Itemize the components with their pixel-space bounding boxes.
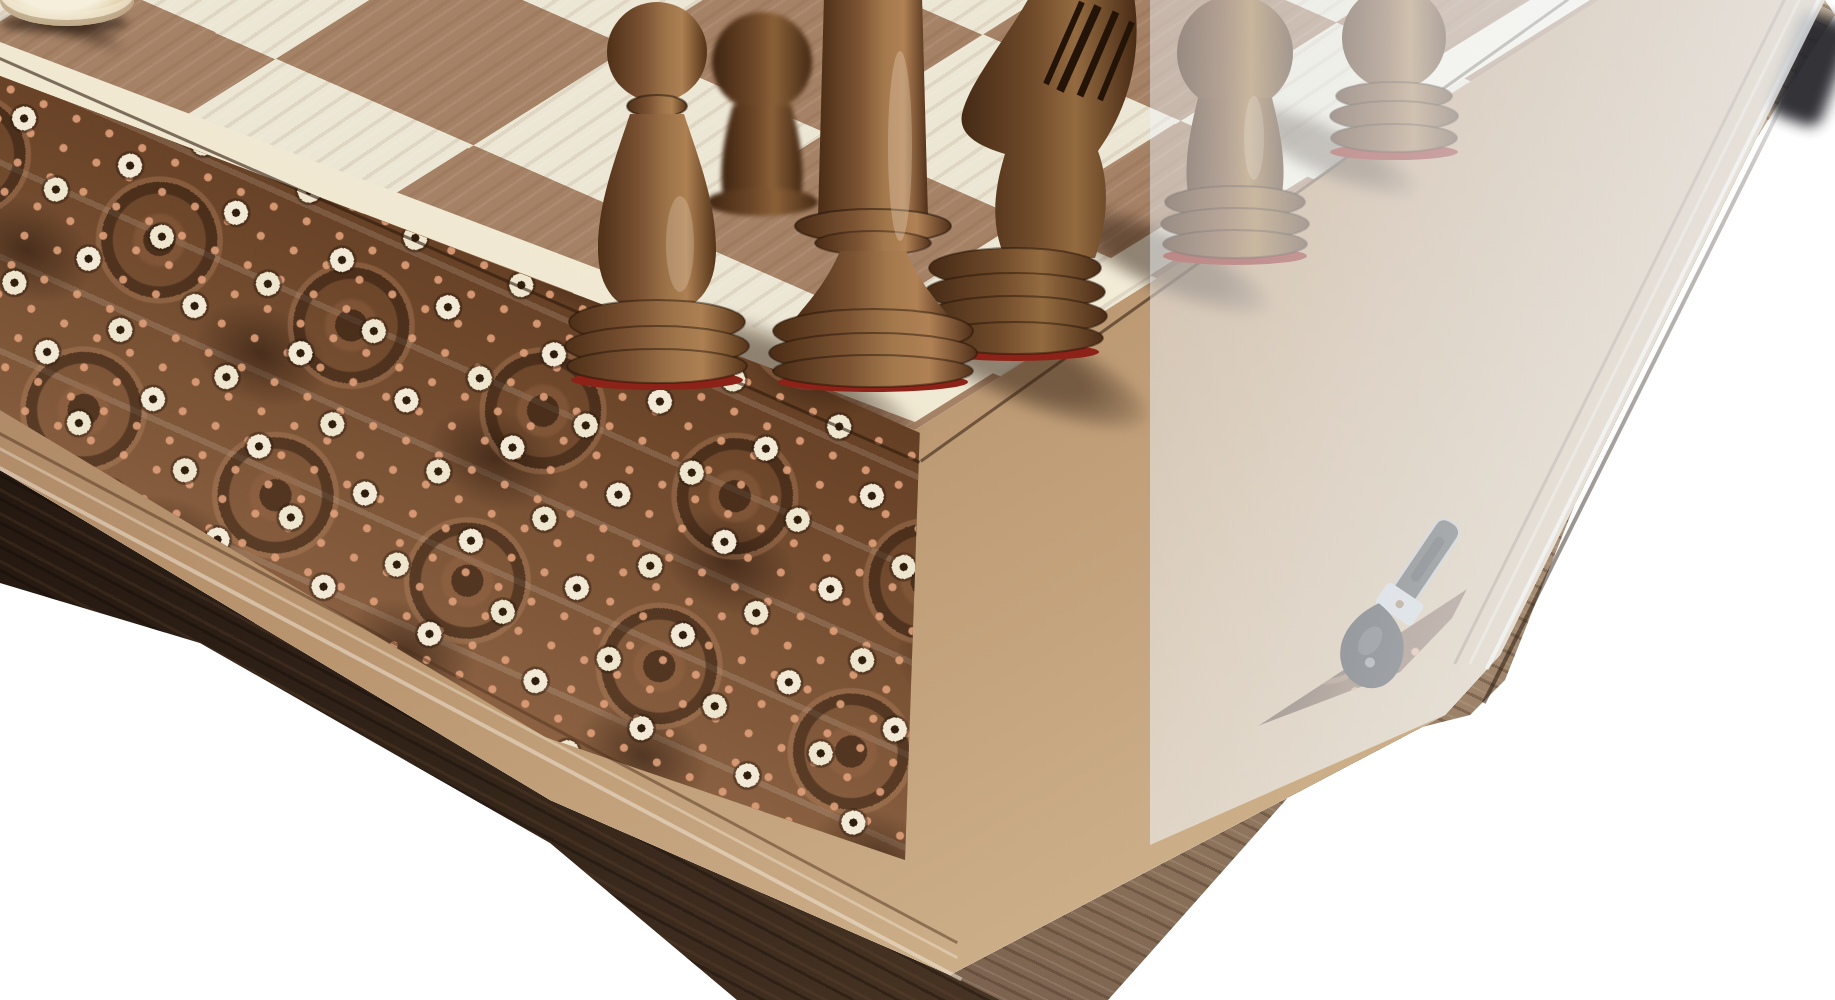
piece-dark-pawn-1[interactable]: [1150, 0, 1320, 268]
piece-dark-pawn-2[interactable]: [1318, 0, 1470, 162]
piece-dark-bishop[interactable]: [552, 0, 762, 394]
product-photo-scene: Extreme close-up of the near corner of a…: [0, 0, 1835, 1000]
piece-dark-king[interactable]: [748, 0, 998, 396]
